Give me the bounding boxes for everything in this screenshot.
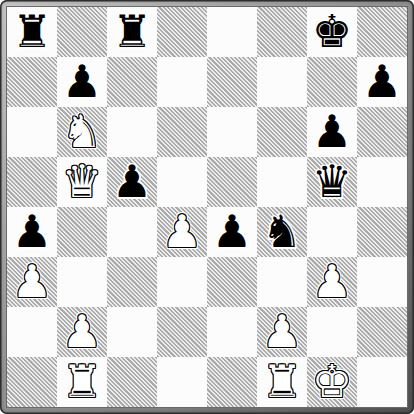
square-g6[interactable]: ♟ xyxy=(307,107,357,157)
square-e3[interactable] xyxy=(207,257,257,307)
chess-board: ♜♜♚♟♟♞♟♛♟♛♟♟♟♞♟♟♟♟♜♜♚ xyxy=(7,7,407,407)
square-d7[interactable] xyxy=(157,57,207,107)
square-g8[interactable]: ♚ xyxy=(307,7,357,57)
square-d1[interactable] xyxy=(157,357,207,407)
square-a6[interactable] xyxy=(7,107,57,157)
square-f1[interactable]: ♜ xyxy=(257,357,307,407)
square-d2[interactable] xyxy=(157,307,207,357)
square-e2[interactable] xyxy=(207,307,257,357)
square-h2[interactable] xyxy=(357,307,407,357)
square-f5[interactable] xyxy=(257,157,307,207)
square-a5[interactable] xyxy=(7,157,57,207)
square-f2[interactable]: ♟ xyxy=(257,307,307,357)
square-f4[interactable]: ♞ xyxy=(257,207,307,257)
square-h8[interactable] xyxy=(357,7,407,57)
white-pawn-b2[interactable]: ♟ xyxy=(62,309,102,354)
square-b3[interactable] xyxy=(57,257,107,307)
square-g2[interactable] xyxy=(307,307,357,357)
square-h7[interactable]: ♟ xyxy=(357,57,407,107)
black-pawn-g6[interactable]: ♟ xyxy=(312,109,352,154)
square-h1[interactable] xyxy=(357,357,407,407)
square-e4[interactable]: ♟ xyxy=(207,207,257,257)
square-a3[interactable]: ♟ xyxy=(7,257,57,307)
square-c7[interactable] xyxy=(107,57,157,107)
square-d5[interactable] xyxy=(157,157,207,207)
square-c5[interactable]: ♟ xyxy=(107,157,157,207)
square-g5[interactable]: ♛ xyxy=(307,157,357,207)
black-pawn-c5[interactable]: ♟ xyxy=(112,159,152,204)
white-rook-f1[interactable]: ♜ xyxy=(262,359,302,404)
square-e8[interactable] xyxy=(207,7,257,57)
chess-board-frame: ♜♜♚♟♟♞♟♛♟♛♟♟♟♞♟♟♟♟♜♜♚ xyxy=(0,0,414,414)
square-g1[interactable]: ♚ xyxy=(307,357,357,407)
square-h6[interactable] xyxy=(357,107,407,157)
square-h3[interactable] xyxy=(357,257,407,307)
square-g3[interactable]: ♟ xyxy=(307,257,357,307)
square-d4[interactable]: ♟ xyxy=(157,207,207,257)
black-pawn-a4[interactable]: ♟ xyxy=(12,209,52,254)
square-e6[interactable] xyxy=(207,107,257,157)
square-h4[interactable] xyxy=(357,207,407,257)
square-c8[interactable]: ♜ xyxy=(107,7,157,57)
square-f8[interactable] xyxy=(257,7,307,57)
square-f7[interactable] xyxy=(257,57,307,107)
square-d8[interactable] xyxy=(157,7,207,57)
square-b8[interactable] xyxy=(57,7,107,57)
black-pawn-e4[interactable]: ♟ xyxy=(212,209,252,254)
square-b5[interactable]: ♛ xyxy=(57,157,107,207)
square-b4[interactable] xyxy=(57,207,107,257)
square-e5[interactable] xyxy=(207,157,257,207)
square-b1[interactable]: ♜ xyxy=(57,357,107,407)
black-knight-f4[interactable]: ♞ xyxy=(262,209,302,254)
square-h5[interactable] xyxy=(357,157,407,207)
square-a4[interactable]: ♟ xyxy=(7,207,57,257)
square-a2[interactable] xyxy=(7,307,57,357)
black-rook-c8[interactable]: ♜ xyxy=(112,9,152,54)
black-king-g8[interactable]: ♚ xyxy=(312,9,352,54)
square-c3[interactable] xyxy=(107,257,157,307)
white-pawn-d4[interactable]: ♟ xyxy=(162,209,202,254)
square-e7[interactable] xyxy=(207,57,257,107)
square-c4[interactable] xyxy=(107,207,157,257)
square-c6[interactable] xyxy=(107,107,157,157)
square-c2[interactable] xyxy=(107,307,157,357)
square-b6[interactable]: ♞ xyxy=(57,107,107,157)
white-queen-b5[interactable]: ♛ xyxy=(62,159,102,204)
black-rook-a8[interactable]: ♜ xyxy=(12,9,52,54)
square-c1[interactable] xyxy=(107,357,157,407)
square-a7[interactable] xyxy=(7,57,57,107)
black-pawn-h7[interactable]: ♟ xyxy=(362,59,402,104)
square-d6[interactable] xyxy=(157,107,207,157)
white-pawn-f2[interactable]: ♟ xyxy=(262,309,302,354)
square-d3[interactable] xyxy=(157,257,207,307)
square-a8[interactable]: ♜ xyxy=(7,7,57,57)
square-e1[interactable] xyxy=(207,357,257,407)
square-g7[interactable] xyxy=(307,57,357,107)
square-b2[interactable]: ♟ xyxy=(57,307,107,357)
black-queen-g5[interactable]: ♛ xyxy=(312,159,352,204)
white-rook-b1[interactable]: ♜ xyxy=(62,359,102,404)
square-f6[interactable] xyxy=(257,107,307,157)
square-f3[interactable] xyxy=(257,257,307,307)
white-king-g1[interactable]: ♚ xyxy=(312,359,352,404)
white-pawn-a3[interactable]: ♟ xyxy=(12,259,52,304)
square-g4[interactable] xyxy=(307,207,357,257)
white-pawn-g3[interactable]: ♟ xyxy=(312,259,352,304)
square-b7[interactable]: ♟ xyxy=(57,57,107,107)
black-pawn-b7[interactable]: ♟ xyxy=(62,59,102,104)
square-a1[interactable] xyxy=(7,357,57,407)
white-knight-b6[interactable]: ♞ xyxy=(62,109,102,154)
